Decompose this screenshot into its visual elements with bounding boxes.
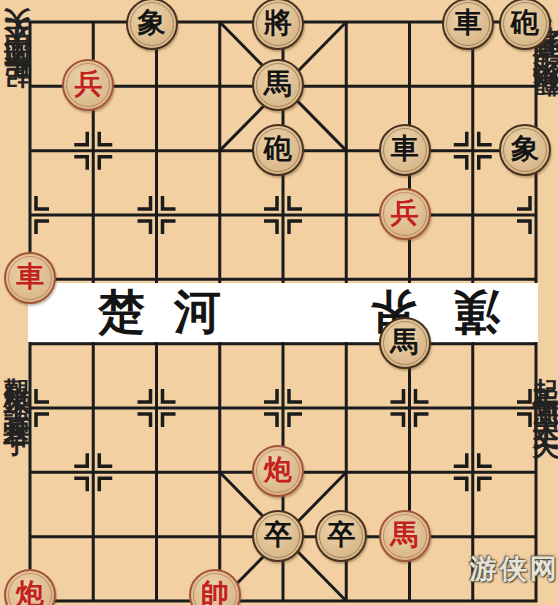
piece-char: 卒	[264, 521, 292, 549]
piece-char: 車	[16, 263, 44, 291]
margin-couplet-left-bottom: 觀棋不語真君子	[3, 356, 31, 419]
piece-char: 馬	[391, 521, 419, 549]
piece-char: 卒	[327, 521, 355, 549]
piece-char: 象	[138, 9, 166, 37]
piece-black-soldier-2[interactable]: 卒	[315, 510, 367, 562]
piece-char: 炮	[264, 456, 292, 484]
piece-char: 車	[391, 135, 419, 163]
margin-couplet-right-top: 觀棋不語真君子	[532, 56, 558, 119]
river-band: 楚河 漢界	[28, 283, 538, 342]
piece-black-cannon-2[interactable]: 砲	[252, 124, 304, 176]
piece-char: 砲	[511, 9, 539, 37]
piece-char: 將	[264, 9, 292, 37]
piece-char: 炮	[16, 580, 44, 605]
piece-black-horse-2[interactable]: 馬	[379, 317, 431, 369]
piece-red-chariot-1[interactable]: 車	[4, 252, 56, 304]
margin-couplet-left-top: 起手無回大丈夫	[3, 48, 31, 111]
piece-char: 兵	[74, 70, 102, 98]
piece-black-soldier-1[interactable]: 卒	[252, 510, 304, 562]
margin-couplet-right-bottom: 起手無回大丈夫	[532, 356, 558, 419]
piece-red-soldier-2[interactable]: 兵	[379, 188, 431, 240]
piece-char: 象	[511, 135, 539, 163]
piece-black-elephant-2[interactable]: 象	[499, 124, 551, 176]
watermark-logo: 游侠网	[470, 551, 558, 587]
xiangqi-board: 楚河 漢界 起手無回大丈夫 觀棋不語真君子 觀棋不語真君子 起手無回大丈夫 象將…	[0, 0, 558, 605]
piece-black-chariot-1[interactable]: 車	[442, 0, 494, 50]
piece-black-cannon-1[interactable]: 砲	[499, 0, 551, 50]
piece-char: 兵	[391, 199, 419, 227]
piece-black-elephant-1[interactable]: 象	[126, 0, 178, 50]
river-text-chu-he: 楚河	[98, 286, 250, 338]
piece-char: 馬	[264, 70, 292, 98]
piece-red-horse-1[interactable]: 馬	[379, 510, 431, 562]
piece-black-chariot-2[interactable]: 車	[379, 124, 431, 176]
piece-char: 砲	[264, 135, 292, 163]
piece-black-general[interactable]: 將	[252, 0, 304, 50]
piece-char: 帥	[201, 580, 229, 605]
piece-red-cannon-1[interactable]: 炮	[252, 445, 304, 497]
piece-char: 馬	[391, 328, 419, 356]
piece-black-horse-1[interactable]: 馬	[252, 59, 304, 111]
piece-char: 車	[454, 9, 482, 37]
